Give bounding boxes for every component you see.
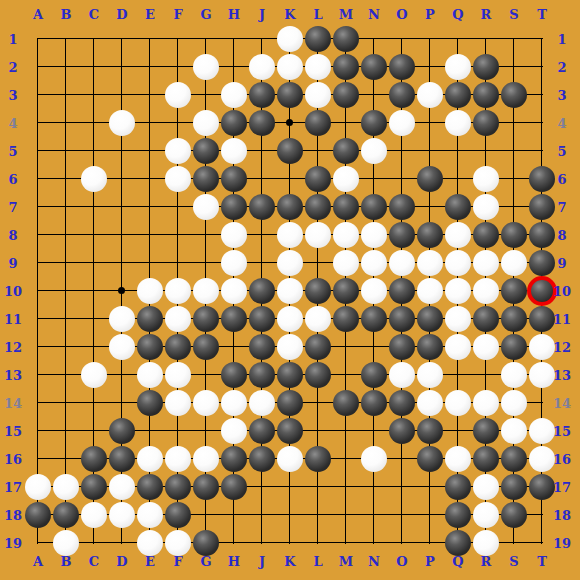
- intersection-O18[interactable]: [388, 501, 416, 529]
- intersection-K4[interactable]: [276, 109, 304, 137]
- intersection-J3[interactable]: [248, 81, 276, 109]
- intersection-F9[interactable]: [164, 249, 192, 277]
- intersection-M13[interactable]: [332, 361, 360, 389]
- intersection-S4[interactable]: [500, 109, 528, 137]
- intersection-N17[interactable]: [360, 473, 388, 501]
- intersection-R7[interactable]: [472, 193, 500, 221]
- intersection-H4[interactable]: [220, 109, 248, 137]
- intersection-B11[interactable]: [52, 305, 80, 333]
- intersection-N4[interactable]: [360, 109, 388, 137]
- intersection-G18[interactable]: [192, 501, 220, 529]
- intersection-A17[interactable]: [24, 473, 52, 501]
- intersection-T4[interactable]: [528, 109, 556, 137]
- intersection-A14[interactable]: [24, 389, 52, 417]
- intersection-N8[interactable]: [360, 221, 388, 249]
- intersection-E11[interactable]: [136, 305, 164, 333]
- intersection-Q14[interactable]: [444, 389, 472, 417]
- intersection-M7[interactable]: [332, 193, 360, 221]
- intersection-T9[interactable]: [528, 249, 556, 277]
- intersection-C16[interactable]: [80, 445, 108, 473]
- intersection-O11[interactable]: [388, 305, 416, 333]
- intersection-B2[interactable]: [52, 53, 80, 81]
- intersection-G8[interactable]: [192, 221, 220, 249]
- intersection-D7[interactable]: [108, 193, 136, 221]
- intersection-L4[interactable]: [304, 109, 332, 137]
- intersection-Q13[interactable]: [444, 361, 472, 389]
- intersection-J10[interactable]: [248, 277, 276, 305]
- intersection-T2[interactable]: [528, 53, 556, 81]
- intersection-P4[interactable]: [416, 109, 444, 137]
- intersection-P1[interactable]: [416, 25, 444, 53]
- intersection-M16[interactable]: [332, 445, 360, 473]
- intersection-A1[interactable]: [24, 25, 52, 53]
- intersection-H11[interactable]: [220, 305, 248, 333]
- intersection-G2[interactable]: [192, 53, 220, 81]
- intersection-N3[interactable]: [360, 81, 388, 109]
- intersection-N7[interactable]: [360, 193, 388, 221]
- intersection-F1[interactable]: [164, 25, 192, 53]
- intersection-F16[interactable]: [164, 445, 192, 473]
- intersection-S8[interactable]: [500, 221, 528, 249]
- intersection-O5[interactable]: [388, 137, 416, 165]
- intersection-T10[interactable]: [528, 277, 556, 305]
- intersection-P10[interactable]: [416, 277, 444, 305]
- intersection-D14[interactable]: [108, 389, 136, 417]
- intersection-J14[interactable]: [248, 389, 276, 417]
- intersection-N9[interactable]: [360, 249, 388, 277]
- intersection-L14[interactable]: [304, 389, 332, 417]
- intersection-B12[interactable]: [52, 333, 80, 361]
- intersection-D4[interactable]: [108, 109, 136, 137]
- intersection-K18[interactable]: [276, 501, 304, 529]
- intersection-G17[interactable]: [192, 473, 220, 501]
- intersection-L8[interactable]: [304, 221, 332, 249]
- intersection-S9[interactable]: [500, 249, 528, 277]
- intersection-Q8[interactable]: [444, 221, 472, 249]
- intersection-T1[interactable]: [528, 25, 556, 53]
- intersection-P17[interactable]: [416, 473, 444, 501]
- intersection-G1[interactable]: [192, 25, 220, 53]
- intersection-A10[interactable]: [24, 277, 52, 305]
- intersection-S16[interactable]: [500, 445, 528, 473]
- intersection-K9[interactable]: [276, 249, 304, 277]
- intersection-G7[interactable]: [192, 193, 220, 221]
- intersection-O9[interactable]: [388, 249, 416, 277]
- intersection-F15[interactable]: [164, 417, 192, 445]
- intersection-K1[interactable]: [276, 25, 304, 53]
- intersection-H1[interactable]: [220, 25, 248, 53]
- intersection-F5[interactable]: [164, 137, 192, 165]
- intersection-T5[interactable]: [528, 137, 556, 165]
- intersection-H5[interactable]: [220, 137, 248, 165]
- intersection-B5[interactable]: [52, 137, 80, 165]
- intersection-L17[interactable]: [304, 473, 332, 501]
- intersection-O14[interactable]: [388, 389, 416, 417]
- intersection-P13[interactable]: [416, 361, 444, 389]
- intersection-E2[interactable]: [136, 53, 164, 81]
- intersection-J5[interactable]: [248, 137, 276, 165]
- intersection-S12[interactable]: [500, 333, 528, 361]
- intersection-T14[interactable]: [528, 389, 556, 417]
- intersection-S2[interactable]: [500, 53, 528, 81]
- intersection-M2[interactable]: [332, 53, 360, 81]
- intersection-N18[interactable]: [360, 501, 388, 529]
- intersection-B1[interactable]: [52, 25, 80, 53]
- intersection-B4[interactable]: [52, 109, 80, 137]
- intersection-Q1[interactable]: [444, 25, 472, 53]
- intersection-S17[interactable]: [500, 473, 528, 501]
- intersection-C14[interactable]: [80, 389, 108, 417]
- intersection-B6[interactable]: [52, 165, 80, 193]
- intersection-D8[interactable]: [108, 221, 136, 249]
- intersection-L16[interactable]: [304, 445, 332, 473]
- intersection-A15[interactable]: [24, 417, 52, 445]
- intersection-O8[interactable]: [388, 221, 416, 249]
- intersection-H7[interactable]: [220, 193, 248, 221]
- intersection-Q7[interactable]: [444, 193, 472, 221]
- intersection-J8[interactable]: [248, 221, 276, 249]
- intersection-Q6[interactable]: [444, 165, 472, 193]
- intersection-R12[interactable]: [472, 333, 500, 361]
- intersection-O12[interactable]: [388, 333, 416, 361]
- intersection-Q16[interactable]: [444, 445, 472, 473]
- intersection-P14[interactable]: [416, 389, 444, 417]
- intersection-K2[interactable]: [276, 53, 304, 81]
- intersection-D16[interactable]: [108, 445, 136, 473]
- intersection-M4[interactable]: [332, 109, 360, 137]
- intersection-S13[interactable]: [500, 361, 528, 389]
- intersection-O17[interactable]: [388, 473, 416, 501]
- intersection-T3[interactable]: [528, 81, 556, 109]
- intersection-K13[interactable]: [276, 361, 304, 389]
- intersection-P2[interactable]: [416, 53, 444, 81]
- intersection-P5[interactable]: [416, 137, 444, 165]
- intersection-N5[interactable]: [360, 137, 388, 165]
- intersection-K10[interactable]: [276, 277, 304, 305]
- intersection-O3[interactable]: [388, 81, 416, 109]
- intersection-L6[interactable]: [304, 165, 332, 193]
- intersection-G12[interactable]: [192, 333, 220, 361]
- intersection-F17[interactable]: [164, 473, 192, 501]
- intersection-F6[interactable]: [164, 165, 192, 193]
- intersection-A2[interactable]: [24, 53, 52, 81]
- intersection-E10[interactable]: [136, 277, 164, 305]
- intersection-B8[interactable]: [52, 221, 80, 249]
- intersection-Q15[interactable]: [444, 417, 472, 445]
- intersection-A18[interactable]: [24, 501, 52, 529]
- intersection-O13[interactable]: [388, 361, 416, 389]
- intersection-M8[interactable]: [332, 221, 360, 249]
- intersection-R10[interactable]: [472, 277, 500, 305]
- intersection-C1[interactable]: [80, 25, 108, 53]
- intersection-P3[interactable]: [416, 81, 444, 109]
- intersection-B16[interactable]: [52, 445, 80, 473]
- intersection-R4[interactable]: [472, 109, 500, 137]
- intersection-N13[interactable]: [360, 361, 388, 389]
- intersection-L7[interactable]: [304, 193, 332, 221]
- intersection-E5[interactable]: [136, 137, 164, 165]
- intersection-D11[interactable]: [108, 305, 136, 333]
- intersection-G5[interactable]: [192, 137, 220, 165]
- intersection-N2[interactable]: [360, 53, 388, 81]
- intersection-O1[interactable]: [388, 25, 416, 53]
- intersection-Q9[interactable]: [444, 249, 472, 277]
- intersection-E12[interactable]: [136, 333, 164, 361]
- intersection-N6[interactable]: [360, 165, 388, 193]
- intersection-M11[interactable]: [332, 305, 360, 333]
- intersection-A11[interactable]: [24, 305, 52, 333]
- intersection-J11[interactable]: [248, 305, 276, 333]
- intersection-A13[interactable]: [24, 361, 52, 389]
- intersection-G3[interactable]: [192, 81, 220, 109]
- intersection-M1[interactable]: [332, 25, 360, 53]
- intersection-R1[interactable]: [472, 25, 500, 53]
- intersection-M15[interactable]: [332, 417, 360, 445]
- intersection-D2[interactable]: [108, 53, 136, 81]
- intersection-K5[interactable]: [276, 137, 304, 165]
- intersection-N15[interactable]: [360, 417, 388, 445]
- intersection-O6[interactable]: [388, 165, 416, 193]
- intersection-L1[interactable]: [304, 25, 332, 53]
- intersection-S11[interactable]: [500, 305, 528, 333]
- intersection-Q18[interactable]: [444, 501, 472, 529]
- intersection-K12[interactable]: [276, 333, 304, 361]
- intersection-S14[interactable]: [500, 389, 528, 417]
- intersection-R6[interactable]: [472, 165, 500, 193]
- intersection-D17[interactable]: [108, 473, 136, 501]
- intersection-D3[interactable]: [108, 81, 136, 109]
- intersection-B3[interactable]: [52, 81, 80, 109]
- intersection-S10[interactable]: [500, 277, 528, 305]
- intersection-P8[interactable]: [416, 221, 444, 249]
- intersection-L2[interactable]: [304, 53, 332, 81]
- intersection-P9[interactable]: [416, 249, 444, 277]
- intersection-H8[interactable]: [220, 221, 248, 249]
- intersection-H14[interactable]: [220, 389, 248, 417]
- intersection-T6[interactable]: [528, 165, 556, 193]
- intersection-Q10[interactable]: [444, 277, 472, 305]
- intersection-C10[interactable]: [80, 277, 108, 305]
- intersection-K17[interactable]: [276, 473, 304, 501]
- intersection-B7[interactable]: [52, 193, 80, 221]
- intersection-J4[interactable]: [248, 109, 276, 137]
- intersection-G4[interactable]: [192, 109, 220, 137]
- intersection-Q17[interactable]: [444, 473, 472, 501]
- intersection-P7[interactable]: [416, 193, 444, 221]
- intersection-K15[interactable]: [276, 417, 304, 445]
- intersection-P16[interactable]: [416, 445, 444, 473]
- intersection-C18[interactable]: [80, 501, 108, 529]
- intersection-B9[interactable]: [52, 249, 80, 277]
- intersection-K3[interactable]: [276, 81, 304, 109]
- intersection-J9[interactable]: [248, 249, 276, 277]
- intersection-K6[interactable]: [276, 165, 304, 193]
- intersection-D13[interactable]: [108, 361, 136, 389]
- intersection-A7[interactable]: [24, 193, 52, 221]
- intersection-O2[interactable]: [388, 53, 416, 81]
- intersection-A8[interactable]: [24, 221, 52, 249]
- intersection-R2[interactable]: [472, 53, 500, 81]
- intersection-J15[interactable]: [248, 417, 276, 445]
- intersection-E9[interactable]: [136, 249, 164, 277]
- intersection-F12[interactable]: [164, 333, 192, 361]
- intersection-J18[interactable]: [248, 501, 276, 529]
- intersection-R17[interactable]: [472, 473, 500, 501]
- intersection-J13[interactable]: [248, 361, 276, 389]
- intersection-Q12[interactable]: [444, 333, 472, 361]
- intersection-E1[interactable]: [136, 25, 164, 53]
- intersection-S18[interactable]: [500, 501, 528, 529]
- intersection-L15[interactable]: [304, 417, 332, 445]
- intersection-B10[interactable]: [52, 277, 80, 305]
- intersection-L5[interactable]: [304, 137, 332, 165]
- intersection-C4[interactable]: [80, 109, 108, 137]
- intersection-R16[interactable]: [472, 445, 500, 473]
- intersection-J2[interactable]: [248, 53, 276, 81]
- intersection-H9[interactable]: [220, 249, 248, 277]
- intersection-C12[interactable]: [80, 333, 108, 361]
- intersection-D6[interactable]: [108, 165, 136, 193]
- intersection-T15[interactable]: [528, 417, 556, 445]
- intersection-Q5[interactable]: [444, 137, 472, 165]
- intersection-A9[interactable]: [24, 249, 52, 277]
- intersection-P11[interactable]: [416, 305, 444, 333]
- intersection-K16[interactable]: [276, 445, 304, 473]
- intersection-L13[interactable]: [304, 361, 332, 389]
- intersection-S15[interactable]: [500, 417, 528, 445]
- intersection-C8[interactable]: [80, 221, 108, 249]
- intersection-N10[interactable]: [360, 277, 388, 305]
- intersection-H17[interactable]: [220, 473, 248, 501]
- intersection-C3[interactable]: [80, 81, 108, 109]
- intersection-H6[interactable]: [220, 165, 248, 193]
- intersection-E14[interactable]: [136, 389, 164, 417]
- intersection-E18[interactable]: [136, 501, 164, 529]
- intersection-B15[interactable]: [52, 417, 80, 445]
- intersection-T12[interactable]: [528, 333, 556, 361]
- intersection-C7[interactable]: [80, 193, 108, 221]
- intersection-P18[interactable]: [416, 501, 444, 529]
- intersection-G11[interactable]: [192, 305, 220, 333]
- intersection-H2[interactable]: [220, 53, 248, 81]
- intersection-M5[interactable]: [332, 137, 360, 165]
- intersection-R18[interactable]: [472, 501, 500, 529]
- intersection-J7[interactable]: [248, 193, 276, 221]
- intersection-E8[interactable]: [136, 221, 164, 249]
- intersection-C11[interactable]: [80, 305, 108, 333]
- intersection-F3[interactable]: [164, 81, 192, 109]
- intersection-L18[interactable]: [304, 501, 332, 529]
- intersection-L9[interactable]: [304, 249, 332, 277]
- intersection-L3[interactable]: [304, 81, 332, 109]
- intersection-A5[interactable]: [24, 137, 52, 165]
- intersection-G15[interactable]: [192, 417, 220, 445]
- intersection-L10[interactable]: [304, 277, 332, 305]
- intersection-A3[interactable]: [24, 81, 52, 109]
- intersection-C2[interactable]: [80, 53, 108, 81]
- intersection-A6[interactable]: [24, 165, 52, 193]
- intersection-M18[interactable]: [332, 501, 360, 529]
- intersection-Q2[interactable]: [444, 53, 472, 81]
- intersection-T7[interactable]: [528, 193, 556, 221]
- intersection-Q4[interactable]: [444, 109, 472, 137]
- intersection-T16[interactable]: [528, 445, 556, 473]
- intersection-S5[interactable]: [500, 137, 528, 165]
- intersection-E7[interactable]: [136, 193, 164, 221]
- intersection-N14[interactable]: [360, 389, 388, 417]
- intersection-J12[interactable]: [248, 333, 276, 361]
- intersection-H18[interactable]: [220, 501, 248, 529]
- intersection-D10[interactable]: [108, 277, 136, 305]
- intersection-T13[interactable]: [528, 361, 556, 389]
- intersection-G13[interactable]: [192, 361, 220, 389]
- intersection-H3[interactable]: [220, 81, 248, 109]
- intersection-M9[interactable]: [332, 249, 360, 277]
- intersection-O15[interactable]: [388, 417, 416, 445]
- intersection-T11[interactable]: [528, 305, 556, 333]
- intersection-P15[interactable]: [416, 417, 444, 445]
- intersection-L12[interactable]: [304, 333, 332, 361]
- intersection-D5[interactable]: [108, 137, 136, 165]
- intersection-F11[interactable]: [164, 305, 192, 333]
- intersection-O4[interactable]: [388, 109, 416, 137]
- intersection-S6[interactable]: [500, 165, 528, 193]
- intersection-D15[interactable]: [108, 417, 136, 445]
- intersection-O10[interactable]: [388, 277, 416, 305]
- intersection-O16[interactable]: [388, 445, 416, 473]
- intersection-R15[interactable]: [472, 417, 500, 445]
- intersection-L11[interactable]: [304, 305, 332, 333]
- intersection-C5[interactable]: [80, 137, 108, 165]
- intersection-D12[interactable]: [108, 333, 136, 361]
- intersection-M10[interactable]: [332, 277, 360, 305]
- intersection-R11[interactable]: [472, 305, 500, 333]
- intersection-J16[interactable]: [248, 445, 276, 473]
- intersection-R8[interactable]: [472, 221, 500, 249]
- intersection-D9[interactable]: [108, 249, 136, 277]
- intersection-F7[interactable]: [164, 193, 192, 221]
- intersection-F2[interactable]: [164, 53, 192, 81]
- intersection-T18[interactable]: [528, 501, 556, 529]
- intersection-H16[interactable]: [220, 445, 248, 473]
- intersection-K14[interactable]: [276, 389, 304, 417]
- intersection-F18[interactable]: [164, 501, 192, 529]
- intersection-H15[interactable]: [220, 417, 248, 445]
- intersection-H10[interactable]: [220, 277, 248, 305]
- intersection-B17[interactable]: [52, 473, 80, 501]
- intersection-B14[interactable]: [52, 389, 80, 417]
- intersection-A4[interactable]: [24, 109, 52, 137]
- intersection-H12[interactable]: [220, 333, 248, 361]
- intersection-R3[interactable]: [472, 81, 500, 109]
- intersection-O7[interactable]: [388, 193, 416, 221]
- intersection-E3[interactable]: [136, 81, 164, 109]
- intersection-C13[interactable]: [80, 361, 108, 389]
- intersection-R9[interactable]: [472, 249, 500, 277]
- intersection-S7[interactable]: [500, 193, 528, 221]
- intersection-G16[interactable]: [192, 445, 220, 473]
- intersection-M6[interactable]: [332, 165, 360, 193]
- intersection-F4[interactable]: [164, 109, 192, 137]
- intersection-R14[interactable]: [472, 389, 500, 417]
- intersection-E6[interactable]: [136, 165, 164, 193]
- intersection-F10[interactable]: [164, 277, 192, 305]
- intersection-T8[interactable]: [528, 221, 556, 249]
- intersection-E17[interactable]: [136, 473, 164, 501]
- intersection-N11[interactable]: [360, 305, 388, 333]
- intersection-Q3[interactable]: [444, 81, 472, 109]
- intersection-F13[interactable]: [164, 361, 192, 389]
